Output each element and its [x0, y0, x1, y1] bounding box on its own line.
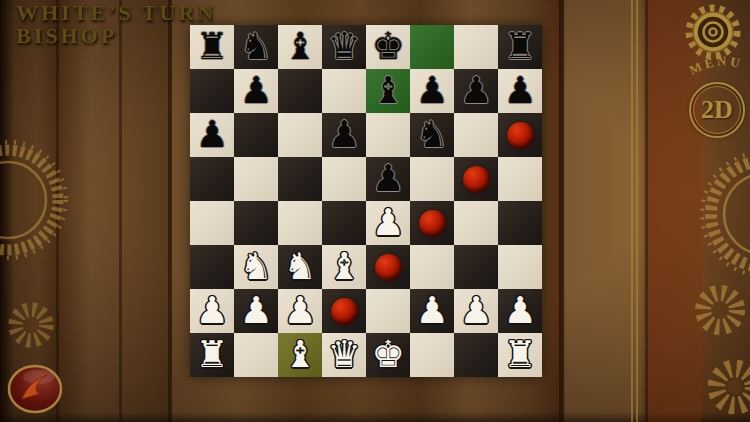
piece-black-queen: ♛	[327, 25, 360, 69]
square-h2[interactable]: ♟	[498, 289, 542, 333]
square-b6[interactable]	[234, 113, 278, 157]
sunflower-motif	[700, 352, 750, 422]
menu-label: MENU	[682, 48, 750, 82]
undo-button[interactable]	[5, 362, 65, 416]
piece-black-bishop: ♝	[283, 25, 316, 69]
square-a5[interactable]	[190, 157, 234, 201]
plank-seam	[559, 0, 564, 422]
piece-black-knight: ♞	[415, 113, 448, 157]
svg-text:MENU: MENU	[687, 53, 744, 77]
legal-move-dot-h6	[507, 122, 534, 149]
piece-black-rook: ♜	[503, 25, 536, 69]
piece-white-pawn: ♟	[371, 201, 404, 245]
square-d7[interactable]	[322, 69, 366, 113]
piece-black-pawn: ♟	[503, 69, 536, 113]
legal-move-dot-g5	[463, 166, 490, 193]
piece-black-pawn: ♟	[195, 113, 228, 157]
piece-white-king: ♚	[371, 333, 404, 377]
square-f7[interactable]: ♟	[410, 69, 454, 113]
square-h1[interactable]: ♜	[498, 333, 542, 377]
square-c1[interactable]: ♝	[278, 333, 322, 377]
square-b5[interactable]	[234, 157, 278, 201]
menu-button[interactable]: MENU	[682, 4, 746, 80]
square-f2[interactable]: ♟	[410, 289, 454, 333]
square-a2[interactable]: ♟	[190, 289, 234, 333]
square-e4[interactable]: ♟	[366, 201, 410, 245]
chess-board: ♜♞♝♛♚♜♟♝♟♟♟♟♟♞♟♟♞♞♝♟♟♟♟♟♟♜♝♛♚♜	[190, 25, 542, 377]
plank-gold-inlay	[631, 0, 638, 422]
square-h8[interactable]: ♜	[498, 25, 542, 69]
square-c5[interactable]	[278, 157, 322, 201]
square-f3[interactable]	[410, 245, 454, 289]
piece-white-pawn: ♟	[459, 289, 492, 333]
square-e3[interactable]	[366, 245, 410, 289]
ring-decoration	[693, 86, 741, 134]
square-g2[interactable]: ♟	[454, 289, 498, 333]
square-d8[interactable]: ♛	[322, 25, 366, 69]
square-e8[interactable]: ♚	[366, 25, 410, 69]
piece-black-pawn: ♟	[371, 157, 404, 201]
piece-white-rook: ♜	[195, 333, 228, 377]
carved-medallion-left	[0, 132, 78, 272]
square-h5[interactable]	[498, 157, 542, 201]
piece-black-pawn: ♟	[415, 69, 448, 113]
square-a3[interactable]	[190, 245, 234, 289]
square-d5[interactable]	[322, 157, 366, 201]
square-g7[interactable]: ♟	[454, 69, 498, 113]
square-c7[interactable]	[278, 69, 322, 113]
sunflower-motif	[2, 296, 60, 354]
square-d3[interactable]: ♝	[322, 245, 366, 289]
square-d6[interactable]: ♟	[322, 113, 366, 157]
piece-white-queen: ♛	[327, 333, 360, 377]
square-g5[interactable]	[454, 157, 498, 201]
square-f1[interactable]	[410, 333, 454, 377]
piece-white-rook: ♜	[503, 333, 536, 377]
piece-white-bishop: ♝	[327, 245, 360, 289]
square-b1[interactable]	[234, 333, 278, 377]
square-b7[interactable]: ♟	[234, 69, 278, 113]
square-d4[interactable]	[322, 201, 366, 245]
square-a7[interactable]	[190, 69, 234, 113]
piece-white-pawn: ♟	[195, 289, 228, 333]
plank-seam	[119, 0, 122, 422]
square-g4[interactable]	[454, 201, 498, 245]
piece-white-bishop: ♝	[283, 333, 316, 377]
square-h7[interactable]: ♟	[498, 69, 542, 113]
turn-label: WHITE’S TURN	[16, 1, 216, 24]
square-a1[interactable]: ♜	[190, 333, 234, 377]
selected-piece-label: BISHOP	[16, 24, 216, 47]
piece-black-rook: ♜	[195, 25, 228, 69]
plank-seam	[168, 0, 172, 422]
square-h4[interactable]	[498, 201, 542, 245]
square-e6[interactable]	[366, 113, 410, 157]
legal-move-dot-f4	[419, 210, 446, 237]
square-d1[interactable]: ♛	[322, 333, 366, 377]
square-a4[interactable]	[190, 201, 234, 245]
square-e5[interactable]: ♟	[366, 157, 410, 201]
piece-white-pawn: ♟	[283, 289, 316, 333]
square-d2[interactable]	[322, 289, 366, 333]
square-a8[interactable]: ♜	[190, 25, 234, 69]
square-b4[interactable]	[234, 201, 278, 245]
piece-white-pawn: ♟	[503, 289, 536, 333]
piece-black-king: ♚	[371, 25, 404, 69]
square-e1[interactable]: ♚	[366, 333, 410, 377]
square-f8[interactable]	[410, 25, 454, 69]
square-f6[interactable]: ♞	[410, 113, 454, 157]
square-h6[interactable]	[498, 113, 542, 157]
square-c4[interactable]	[278, 201, 322, 245]
piece-black-pawn: ♟	[239, 69, 272, 113]
square-e2[interactable]	[366, 289, 410, 333]
piece-black-pawn: ♟	[327, 113, 360, 157]
piece-white-pawn: ♟	[415, 289, 448, 333]
plank-seam	[645, 0, 648, 422]
square-b8[interactable]: ♞	[234, 25, 278, 69]
square-c3[interactable]: ♞	[278, 245, 322, 289]
square-c2[interactable]: ♟	[278, 289, 322, 333]
square-b3[interactable]: ♞	[234, 245, 278, 289]
square-a6[interactable]: ♟	[190, 113, 234, 157]
piece-black-bishop: ♝	[371, 69, 404, 113]
square-c8[interactable]: ♝	[278, 25, 322, 69]
square-h3[interactable]	[498, 245, 542, 289]
view-toggle-2d-button[interactable]: 2D	[689, 82, 745, 138]
square-e7[interactable]: ♝	[366, 69, 410, 113]
piece-white-pawn: ♟	[239, 289, 272, 333]
legal-move-dot-e3	[375, 254, 402, 281]
piece-white-knight: ♞	[239, 245, 272, 289]
legal-move-dot-d2	[331, 298, 358, 325]
sunflower-motif	[688, 278, 750, 342]
piece-black-pawn: ♟	[459, 69, 492, 113]
square-c6[interactable]	[278, 113, 322, 157]
square-g8[interactable]	[454, 25, 498, 69]
plank-seam	[56, 0, 59, 422]
carved-medallion-right	[688, 142, 750, 292]
square-g6[interactable]	[454, 113, 498, 157]
square-b2[interactable]: ♟	[234, 289, 278, 333]
square-f5[interactable]	[410, 157, 454, 201]
square-g3[interactable]	[454, 245, 498, 289]
square-g1[interactable]	[454, 333, 498, 377]
square-f4[interactable]	[410, 201, 454, 245]
piece-black-knight: ♞	[239, 25, 272, 69]
piece-white-knight: ♞	[283, 245, 316, 289]
turn-status: WHITE’S TURN BISHOP	[16, 1, 216, 47]
